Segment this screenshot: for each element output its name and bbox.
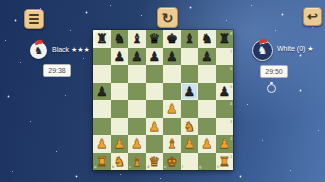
square-c8[interactable]: ♝ <box>128 30 146 48</box>
piece-white-pawn[interactable]: ♟ <box>218 137 230 150</box>
square-b1[interactable]: b♞ <box>111 153 129 171</box>
square-d3[interactable]: ♟ <box>146 118 164 136</box>
restart-button[interactable]: ↻ <box>157 7 178 28</box>
piece-white-pawn[interactable]: ♟ <box>148 120 160 133</box>
timer-icon <box>267 82 276 93</box>
square-e6[interactable] <box>163 65 181 83</box>
square-h5[interactable]: 5♟ <box>216 83 234 101</box>
square-a8[interactable]: ♜ <box>93 30 111 48</box>
square-c4[interactable] <box>128 100 146 118</box>
piece-black-pawn[interactable]: ♟ <box>183 85 195 98</box>
undo-icon: ↩ <box>307 9 318 24</box>
piece-white-rook[interactable]: ♜ <box>218 155 230 168</box>
piece-black-pawn[interactable]: ♟ <box>218 85 230 98</box>
piece-black-pawn[interactable]: ♟ <box>201 50 213 63</box>
piece-white-pawn[interactable]: ♟ <box>183 137 195 150</box>
square-g8[interactable]: ♞ <box>198 30 216 48</box>
square-h4[interactable]: 4 <box>216 100 234 118</box>
refresh-icon: ↻ <box>162 10 174 26</box>
piece-white-king[interactable]: ♚ <box>166 155 178 168</box>
square-c2[interactable]: ♟ <box>128 135 146 153</box>
square-d8[interactable]: ♛ <box>146 30 164 48</box>
undo-button[interactable]: ↩ <box>303 7 322 26</box>
square-f1[interactable]: f <box>181 153 199 171</box>
menu-button[interactable] <box>24 9 44 29</box>
piece-white-knight[interactable]: ♞ <box>183 120 195 133</box>
square-e7[interactable]: ♟ <box>163 48 181 66</box>
square-g5[interactable] <box>198 83 216 101</box>
square-d2[interactable] <box>146 135 164 153</box>
square-b5[interactable] <box>111 83 129 101</box>
square-e4[interactable]: ♟ <box>163 100 181 118</box>
black-avatar: ♞ <box>30 42 47 59</box>
square-g7[interactable]: ♟ <box>198 48 216 66</box>
black-clock: 29:38 <box>43 64 71 77</box>
black-player-label: Black ★★★ <box>52 46 90 54</box>
square-d1[interactable]: d♛ <box>146 153 164 171</box>
square-b4[interactable] <box>111 100 129 118</box>
piece-white-rook[interactable]: ♜ <box>96 155 108 168</box>
piece-white-pawn[interactable]: ♟ <box>113 137 125 150</box>
file-label-f: f <box>182 165 183 169</box>
square-b7[interactable]: ♟ <box>111 48 129 66</box>
knight-avatar-icon: ♞ <box>34 45 43 56</box>
square-h1[interactable]: 1h♜ <box>216 153 234 171</box>
square-f5[interactable]: ♟ <box>181 83 199 101</box>
square-d5[interactable] <box>146 83 164 101</box>
square-h2[interactable]: 2♟ <box>216 135 234 153</box>
piece-black-pawn[interactable]: ♟ <box>166 50 178 63</box>
knight-avatar-icon: ♞ <box>258 44 268 57</box>
square-h6[interactable]: 6 <box>216 65 234 83</box>
piece-white-pawn[interactable]: ♟ <box>96 137 108 150</box>
piece-white-pawn[interactable]: ♟ <box>131 137 143 150</box>
square-f2[interactable]: ♟ <box>181 135 199 153</box>
square-g3[interactable] <box>198 118 216 136</box>
piece-black-pawn[interactable]: ♟ <box>131 50 143 63</box>
white-avatar: ♞ <box>252 40 273 61</box>
square-c3[interactable] <box>128 118 146 136</box>
white-clock: 29:50 <box>260 65 288 78</box>
rank-label-7: 7 <box>230 49 232 53</box>
square-b6[interactable] <box>111 65 129 83</box>
selection-corner <box>94 42 99 47</box>
square-c5[interactable] <box>128 83 146 101</box>
piece-black-knight[interactable]: ♞ <box>201 32 213 45</box>
square-f8[interactable]: ♝ <box>181 30 199 48</box>
square-e8[interactable]: ♚ <box>163 30 181 48</box>
rank-label-4: 4 <box>230 101 232 105</box>
selection-corner <box>105 31 110 36</box>
hamburger-icon <box>29 14 39 24</box>
square-a7[interactable] <box>93 48 111 66</box>
square-b3[interactable] <box>111 118 129 136</box>
piece-black-queen[interactable]: ♛ <box>148 32 160 45</box>
piece-black-pawn[interactable]: ♟ <box>96 85 108 98</box>
white-player-label: White (0) ★ <box>277 45 314 53</box>
piece-white-queen[interactable]: ♛ <box>148 155 160 168</box>
square-c6[interactable] <box>128 65 146 83</box>
piece-white-bishop[interactable]: ♝ <box>131 155 143 168</box>
file-label-g: g <box>199 165 201 169</box>
square-f6[interactable] <box>181 65 199 83</box>
selection-corner <box>94 31 99 36</box>
square-c1[interactable]: c♝ <box>128 153 146 171</box>
piece-black-pawn[interactable]: ♟ <box>113 50 125 63</box>
square-f7[interactable] <box>181 48 199 66</box>
piece-white-pawn[interactable]: ♟ <box>166 102 178 115</box>
square-a6[interactable] <box>93 65 111 83</box>
piece-black-knight[interactable]: ♞ <box>113 32 125 45</box>
square-g2[interactable]: ♟ <box>198 135 216 153</box>
square-b2[interactable]: ♟ <box>111 135 129 153</box>
square-d6[interactable] <box>146 65 164 83</box>
square-h7[interactable]: 7 <box>216 48 234 66</box>
selection-corner <box>105 42 110 47</box>
square-a5[interactable]: ♟ <box>93 83 111 101</box>
square-a1[interactable]: a♜ <box>93 153 111 171</box>
square-b8[interactable]: ♞ <box>111 30 129 48</box>
rank-label-3: 3 <box>230 119 232 123</box>
starfield <box>0 0 1 1</box>
piece-black-bishop[interactable]: ♝ <box>131 32 143 45</box>
square-a2[interactable]: ♟ <box>93 135 111 153</box>
game-screen: ↻ ↩ ♞ Black ★★★ 29:38 ♞ White (0) ★ 29:5… <box>0 0 325 182</box>
chess-board: ♜♞♝♛♚♝♞8♜♟♟♟♟♟76♟♟5♟♟4♟♞3♟♟♟♝♟♟2♟a♜b♞c♝d… <box>93 30 233 170</box>
piece-black-bishop[interactable]: ♝ <box>183 32 195 45</box>
square-f4[interactable] <box>181 100 199 118</box>
square-c7[interactable]: ♟ <box>128 48 146 66</box>
square-e2[interactable]: ♝ <box>163 135 181 153</box>
rank-label-6: 6 <box>230 66 232 70</box>
piece-white-pawn[interactable]: ♟ <box>201 137 213 150</box>
square-a3[interactable] <box>93 118 111 136</box>
piece-white-knight[interactable]: ♞ <box>113 155 125 168</box>
piece-black-rook[interactable]: ♜ <box>218 32 230 45</box>
square-d7[interactable]: ♟ <box>146 48 164 66</box>
square-e5[interactable] <box>163 83 181 101</box>
square-a4[interactable] <box>93 100 111 118</box>
square-g4[interactable] <box>198 100 216 118</box>
square-h3[interactable]: 3 <box>216 118 234 136</box>
square-h8[interactable]: 8♜ <box>216 30 234 48</box>
square-g1[interactable]: g <box>198 153 216 171</box>
piece-black-king[interactable]: ♚ <box>166 32 178 45</box>
square-f3[interactable]: ♞ <box>181 118 199 136</box>
square-e3[interactable] <box>163 118 181 136</box>
square-g6[interactable] <box>198 65 216 83</box>
square-e1[interactable]: e♚ <box>163 153 181 171</box>
piece-black-pawn[interactable]: ♟ <box>148 50 160 63</box>
piece-white-bishop[interactable]: ♝ <box>166 137 178 150</box>
square-d4[interactable] <box>146 100 164 118</box>
